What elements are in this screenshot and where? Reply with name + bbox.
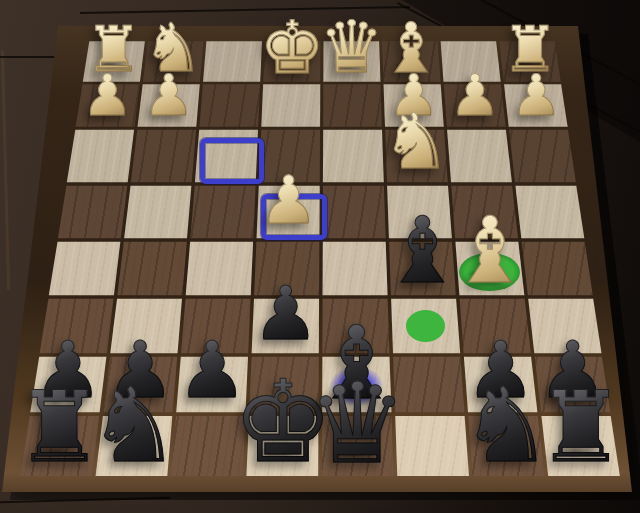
piece-black-pawn-e6[interactable]: ♟ (253, 276, 319, 350)
piece-black-knight-g8[interactable]: ♞ (88, 374, 180, 477)
piece-white-queen-d1[interactable]: ♛ (319, 11, 384, 83)
piece-white-knight-c3[interactable]: ♞ (382, 103, 451, 180)
piece-white-pawn-e4[interactable]: ♟ (259, 167, 318, 233)
chess-app-screen: ♜♞♚♛♝♜♟♟♟♟♟♞♟♝♝♟♟♟♟♝♟♟♜♞♚♛♞♜ (0, 0, 640, 513)
piece-white-pawn-b2[interactable]: ♟ (449, 67, 500, 124)
piece-black-bishop-c5[interactable]: ♝ (382, 205, 464, 296)
board-pieces: ♜♞♚♛♝♜♟♟♟♟♟♞♟♝♝♟♟♟♟♝♟♟♜♞♚♛♞♜ (0, 0, 640, 513)
piece-white-pawn-a2[interactable]: ♟ (510, 67, 561, 124)
piece-white-pawn-g2[interactable]: ♟ (143, 67, 194, 124)
piece-black-queen-d8[interactable]: ♛ (308, 368, 408, 479)
piece-white-king-e1[interactable]: ♚ (259, 10, 324, 83)
piece-black-rook-a8[interactable]: ♜ (537, 378, 625, 476)
piece-white-pawn-h2[interactable]: ♟ (82, 67, 133, 124)
